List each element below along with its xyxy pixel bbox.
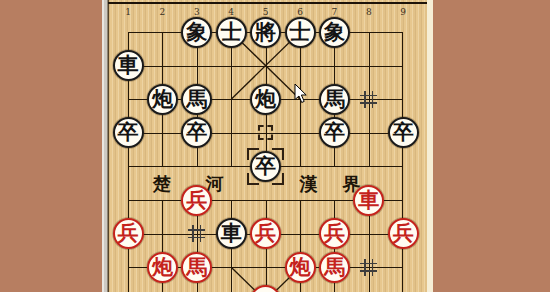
- column-label-8: 8: [363, 7, 375, 17]
- black-piece-將[interactable]: 將: [250, 17, 281, 48]
- piece-glyph: 馬: [186, 88, 207, 109]
- piece-glyph: 炮: [152, 88, 173, 109]
- piece-glyph: 卒: [186, 121, 207, 142]
- piece-glyph: 車: [118, 54, 139, 75]
- grid-cell: [369, 32, 403, 66]
- red-piece-馬[interactable]: 馬: [181, 252, 212, 283]
- red-piece-兵[interactable]: 兵: [388, 218, 419, 249]
- piece-glyph: 卒: [324, 121, 345, 142]
- hash-marker: [360, 259, 377, 276]
- move-origin-marker: [258, 125, 273, 140]
- column-label-5: 5: [260, 7, 272, 17]
- piece-glyph: 馬: [186, 256, 207, 277]
- board-top-border: [108, 2, 433, 4]
- red-piece-兵[interactable]: 兵: [319, 218, 350, 249]
- column-label-4: 4: [225, 7, 237, 17]
- piece-glyph: 士: [290, 21, 311, 42]
- piece-glyph: 炮: [290, 256, 311, 277]
- hash-marker: [360, 91, 377, 108]
- red-piece-兵[interactable]: 兵: [181, 185, 212, 216]
- panel-right-edge: [427, 0, 433, 292]
- black-piece-卒[interactable]: 卒: [388, 117, 419, 148]
- piece-glyph: 兵: [324, 222, 345, 243]
- black-piece-士[interactable]: 士: [285, 17, 316, 48]
- black-piece-卒[interactable]: 卒: [319, 117, 350, 148]
- river-char: 楚: [151, 172, 173, 196]
- piece-glyph: 車: [358, 189, 379, 210]
- black-piece-炮[interactable]: 炮: [250, 84, 281, 115]
- piece-glyph: 兵: [255, 222, 276, 243]
- piece-glyph: 馬: [324, 88, 345, 109]
- black-piece-馬[interactable]: 馬: [319, 84, 350, 115]
- column-label-6: 6: [294, 7, 306, 17]
- column-label-2: 2: [156, 7, 168, 17]
- red-piece-兵[interactable]: 兵: [113, 218, 144, 249]
- black-piece-象[interactable]: 象: [319, 17, 350, 48]
- piece-glyph: 象: [186, 21, 207, 42]
- black-piece-士[interactable]: 士: [216, 17, 247, 48]
- hash-marker: [188, 225, 205, 242]
- piece-glyph: 士: [221, 21, 242, 42]
- piece-glyph: 兵: [118, 222, 139, 243]
- black-piece-炮[interactable]: 炮: [147, 84, 178, 115]
- piece-glyph: 炮: [255, 88, 276, 109]
- red-piece-炮[interactable]: 炮: [285, 252, 316, 283]
- black-piece-馬[interactable]: 馬: [181, 84, 212, 115]
- black-piece-車[interactable]: 車: [216, 218, 247, 249]
- piece-glyph: 卒: [393, 121, 414, 142]
- column-label-1: 1: [122, 7, 134, 17]
- piece-glyph: 象: [324, 21, 345, 42]
- column-label-7: 7: [328, 7, 340, 17]
- piece-glyph: 將: [255, 21, 276, 42]
- river-char: 漢: [298, 172, 320, 196]
- red-piece-馬[interactable]: 馬: [319, 252, 350, 283]
- piece-glyph: 兵: [186, 189, 207, 210]
- column-label-3: 3: [191, 7, 203, 17]
- piece-glyph: 卒: [118, 121, 139, 142]
- black-piece-象[interactable]: 象: [181, 17, 212, 48]
- move-destination-marker: [247, 148, 284, 185]
- piece-glyph: 兵: [393, 222, 414, 243]
- column-label-9: 9: [397, 7, 409, 17]
- black-piece-車[interactable]: 車: [113, 50, 144, 81]
- red-piece-兵[interactable]: 兵: [250, 218, 281, 249]
- red-piece-炮[interactable]: 炮: [147, 252, 178, 283]
- black-piece-卒[interactable]: 卒: [113, 117, 144, 148]
- piece-glyph: 車: [221, 222, 242, 243]
- piece-glyph: 馬: [324, 256, 345, 277]
- xiangqi-board-panel: 123456789 楚河漢界 象士將士象車炮馬炮馬卒卒卒卒卒兵車兵車兵兵兵炮馬炮…: [102, 0, 433, 292]
- piece-glyph: 炮: [152, 256, 173, 277]
- red-piece-車[interactable]: 車: [353, 185, 384, 216]
